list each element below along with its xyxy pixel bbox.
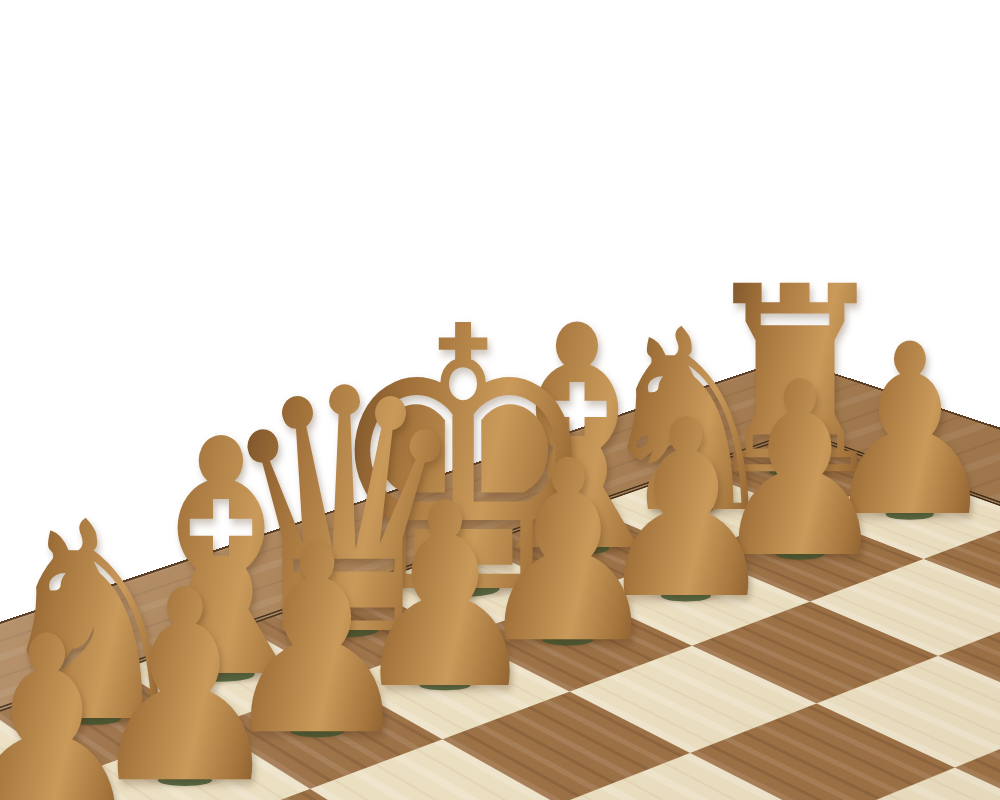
board-playing-area (0, 434, 1000, 800)
chess-board (0, 358, 1000, 800)
product-photo: ♟♟♟♟♟♟♟♟♞♝♛♚♝♞♜ (0, 0, 1000, 800)
